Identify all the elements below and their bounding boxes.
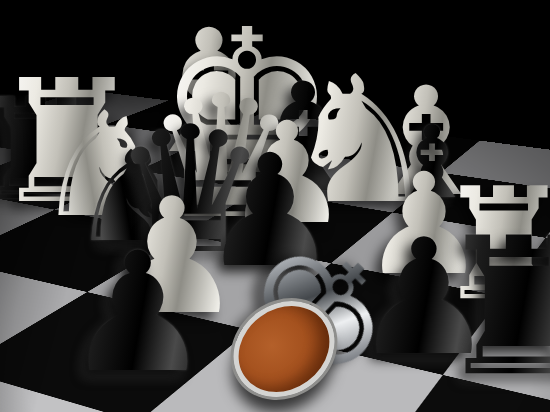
pieces-layer: ♝♚♜♜♞♛♞♝♝♝♟♞♛♟♟♜♟♟♟♜♚ — [0, 0, 550, 412]
black-pawn-left: ♟ — [64, 231, 212, 396]
chess-scene: ♝♚♜♜♞♛♞♝♝♝♟♞♛♟♟♜♟♟♟♜♚ — [0, 0, 550, 412]
black-rook-right: ♜ — [434, 213, 550, 403]
